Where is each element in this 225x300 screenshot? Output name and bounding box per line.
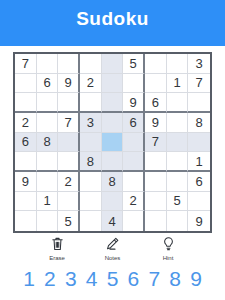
cell-r9c5[interactable]: 4 bbox=[102, 211, 124, 231]
cell-r6c3[interactable] bbox=[58, 152, 80, 172]
hint-label: Hint bbox=[163, 255, 174, 261]
numpad-1[interactable]: 1 bbox=[21, 268, 37, 289]
cell-r6c4[interactable]: 8 bbox=[80, 152, 102, 172]
cell-r4c7[interactable]: 9 bbox=[145, 113, 167, 133]
cell-r4c8[interactable] bbox=[167, 113, 189, 133]
cell-r1c5[interactable] bbox=[102, 54, 124, 74]
cell-r7c4[interactable] bbox=[80, 172, 102, 192]
cell-r2c8[interactable]: 1 bbox=[167, 74, 189, 94]
cell-r1c2[interactable] bbox=[37, 54, 59, 74]
erase-button[interactable]: Erase bbox=[39, 236, 75, 262]
cell-r1c1[interactable]: 7 bbox=[15, 54, 37, 74]
cell-r3c6[interactable]: 9 bbox=[123, 93, 145, 113]
cell-r3c1[interactable] bbox=[15, 93, 37, 113]
cell-r7c9[interactable]: 6 bbox=[188, 172, 210, 192]
bulb-icon bbox=[161, 236, 176, 254]
cell-r1c9[interactable]: 3 bbox=[188, 54, 210, 74]
cell-r5c7[interactable]: 7 bbox=[145, 133, 167, 153]
cell-r6c6[interactable] bbox=[123, 152, 145, 172]
cell-r7c8[interactable] bbox=[167, 172, 189, 192]
cell-r1c3[interactable] bbox=[58, 54, 80, 74]
hint-button[interactable]: Hint bbox=[150, 236, 186, 262]
cell-r5c4[interactable] bbox=[80, 133, 102, 153]
cell-r7c6[interactable] bbox=[123, 172, 145, 192]
notes-button[interactable]: Notes bbox=[95, 236, 131, 262]
cell-r3c2[interactable] bbox=[37, 93, 59, 113]
cell-r8c6[interactable]: 2 bbox=[123, 192, 145, 212]
cell-r7c5[interactable]: 8 bbox=[102, 172, 124, 192]
numpad-3[interactable]: 3 bbox=[63, 268, 79, 289]
cell-r4c9[interactable]: 8 bbox=[188, 113, 210, 133]
cell-r2c6[interactable] bbox=[123, 74, 145, 94]
cell-r9c3[interactable]: 5 bbox=[58, 211, 80, 231]
cell-r7c2[interactable] bbox=[37, 172, 59, 192]
cell-r5c9[interactable] bbox=[188, 133, 210, 153]
cell-r2c2[interactable]: 6 bbox=[37, 74, 59, 94]
cell-r6c7[interactable] bbox=[145, 152, 167, 172]
pencil-icon bbox=[105, 236, 120, 254]
numpad-9[interactable]: 9 bbox=[188, 268, 204, 289]
cell-r7c1[interactable]: 9 bbox=[15, 172, 37, 192]
numpad-5[interactable]: 5 bbox=[105, 268, 121, 289]
cell-r4c3[interactable]: 7 bbox=[58, 113, 80, 133]
cell-r3c5[interactable] bbox=[102, 93, 124, 113]
cell-r8c8[interactable]: 5 bbox=[167, 192, 189, 212]
cell-r1c8[interactable] bbox=[167, 54, 189, 74]
cell-r8c5[interactable] bbox=[102, 192, 124, 212]
cell-r8c7[interactable] bbox=[145, 192, 167, 212]
numpad-2[interactable]: 2 bbox=[42, 268, 58, 289]
cell-r5c3[interactable] bbox=[58, 133, 80, 153]
cell-r7c3[interactable]: 2 bbox=[58, 172, 80, 192]
cell-r2c5[interactable] bbox=[102, 74, 124, 94]
cell-r5c6[interactable] bbox=[123, 133, 145, 153]
numpad-8[interactable]: 8 bbox=[167, 268, 183, 289]
cell-r1c6[interactable]: 5 bbox=[123, 54, 145, 74]
cell-r9c9[interactable]: 9 bbox=[188, 211, 210, 231]
cell-r8c1[interactable] bbox=[15, 192, 37, 212]
cell-r1c4[interactable] bbox=[80, 54, 102, 74]
cell-r9c2[interactable] bbox=[37, 211, 59, 231]
cell-r2c3[interactable]: 9 bbox=[58, 74, 80, 94]
numpad-7[interactable]: 7 bbox=[146, 268, 162, 289]
cell-r4c6[interactable]: 6 bbox=[123, 113, 145, 133]
cell-r4c2[interactable] bbox=[37, 113, 59, 133]
cell-r9c7[interactable] bbox=[145, 211, 167, 231]
cell-r3c8[interactable] bbox=[167, 93, 189, 113]
cell-r7c7[interactable] bbox=[145, 172, 167, 192]
cell-r8c9[interactable] bbox=[188, 192, 210, 212]
cell-r3c4[interactable] bbox=[80, 93, 102, 113]
cell-r5c1[interactable]: 6 bbox=[15, 133, 37, 153]
cell-r1c7[interactable] bbox=[145, 54, 167, 74]
cell-r6c5[interactable] bbox=[102, 152, 124, 172]
cell-r4c4[interactable]: 3 bbox=[80, 113, 102, 133]
cell-r3c9[interactable] bbox=[188, 93, 210, 113]
numpad-4[interactable]: 4 bbox=[84, 268, 100, 289]
notes-label: Notes bbox=[105, 255, 121, 261]
toolbar: Erase Notes Hint bbox=[0, 236, 225, 262]
cell-r5c8[interactable] bbox=[167, 133, 189, 153]
page-title: Sudoku bbox=[76, 8, 149, 30]
cell-r8c3[interactable] bbox=[58, 192, 80, 212]
cell-r9c4[interactable] bbox=[80, 211, 102, 231]
cell-r8c4[interactable] bbox=[80, 192, 102, 212]
cell-r5c2[interactable]: 8 bbox=[37, 133, 59, 153]
cell-r9c6[interactable] bbox=[123, 211, 145, 231]
cell-r3c3[interactable] bbox=[58, 93, 80, 113]
app-header: Sudoku bbox=[0, 0, 225, 46]
cell-r2c1[interactable] bbox=[15, 74, 37, 94]
cell-r6c9[interactable]: 1 bbox=[188, 152, 210, 172]
cell-r2c7[interactable] bbox=[145, 74, 167, 94]
cell-r6c1[interactable] bbox=[15, 152, 37, 172]
cell-r8c2[interactable]: 1 bbox=[37, 192, 59, 212]
cell-r2c9[interactable]: 7 bbox=[188, 74, 210, 94]
cell-r5c5[interactable] bbox=[102, 133, 124, 153]
numpad: 123456789 bbox=[0, 262, 225, 294]
cell-r4c1[interactable]: 2 bbox=[15, 113, 37, 133]
erase-label: Erase bbox=[49, 255, 65, 261]
numpad-6[interactable]: 6 bbox=[125, 268, 141, 289]
cell-r6c2[interactable] bbox=[37, 152, 59, 172]
cell-r3c7[interactable]: 6 bbox=[145, 93, 167, 113]
cell-r2c4[interactable]: 2 bbox=[80, 74, 102, 94]
cell-r9c1[interactable] bbox=[15, 211, 37, 231]
trash-icon bbox=[50, 236, 65, 254]
sudoku-board: 7536921796273698687819286125549 bbox=[13, 52, 212, 233]
cell-r4c5[interactable] bbox=[102, 113, 124, 133]
cell-r6c8[interactable] bbox=[167, 152, 189, 172]
cell-r9c8[interactable] bbox=[167, 211, 189, 231]
sudoku-app: Sudoku 7536921796273698687819286125549 E… bbox=[0, 0, 225, 300]
